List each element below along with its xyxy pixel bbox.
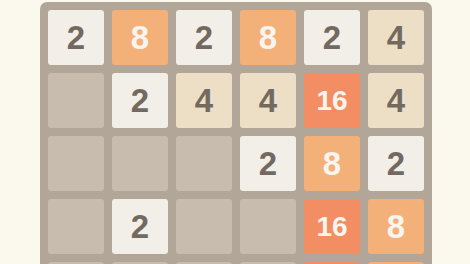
tile-2-r1c3: 2: [176, 10, 232, 65]
tile-2-r1c1: 2: [48, 10, 104, 65]
tile-4-r2c6: 4: [368, 73, 424, 128]
tile-2-r3c4: 2: [240, 136, 296, 191]
tile-8-r4c6: 8: [368, 199, 424, 254]
empty-cell-r3c1: [48, 136, 104, 191]
tile-16-r2c5: 16: [304, 73, 360, 128]
empty-cell-r4c3: [176, 199, 232, 254]
board-grid: 2828242441642822168168: [40, 2, 432, 264]
empty-cell-r4c4: [240, 199, 296, 254]
empty-cell-r2c1: [48, 73, 104, 128]
tile-2-r4c2: 2: [112, 199, 168, 254]
tile-8-r1c2: 8: [112, 10, 168, 65]
tile-2-r1c5: 2: [304, 10, 360, 65]
tile-8-r1c4: 8: [240, 10, 296, 65]
tile-4-r1c6: 4: [368, 10, 424, 65]
tile-2-r3c6: 2: [368, 136, 424, 191]
tile-8-r3c5: 8: [304, 136, 360, 191]
game-canvas: 2828242441642822168168: [0, 0, 470, 264]
tile-4-r2c3: 4: [176, 73, 232, 128]
empty-cell-r3c3: [176, 136, 232, 191]
tile-2-r2c2: 2: [112, 73, 168, 128]
tile-4-r2c4: 4: [240, 73, 296, 128]
empty-cell-r4c1: [48, 199, 104, 254]
board-frame[interactable]: 2828242441642822168168: [40, 2, 432, 264]
tile-16-r4c5: 16: [304, 199, 360, 254]
empty-cell-r3c2: [112, 136, 168, 191]
